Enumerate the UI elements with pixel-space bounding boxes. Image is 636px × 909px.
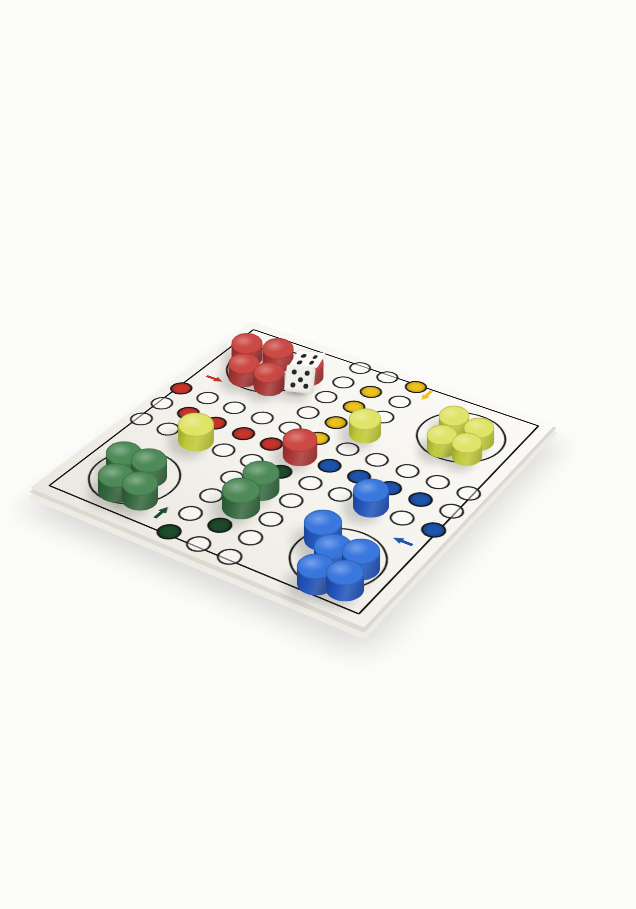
red-field-circle <box>255 435 288 454</box>
track-circle <box>254 509 289 530</box>
blue-field-circle <box>403 490 437 510</box>
green-field-circle <box>151 521 186 542</box>
red-field-circle <box>165 380 196 397</box>
track-circle <box>323 484 357 504</box>
photo-background <box>0 0 636 909</box>
green-field-circle <box>224 497 258 518</box>
green-field-circle <box>203 515 238 536</box>
ludo-board <box>30 321 556 627</box>
track-circle <box>385 508 419 529</box>
yellow-field-circle <box>302 430 334 448</box>
track-circle <box>211 546 247 568</box>
green-field-circle <box>264 462 297 481</box>
track-circle <box>349 424 381 442</box>
track-circle <box>354 496 388 516</box>
blue-field-circle <box>342 467 375 487</box>
blue-field-circle <box>373 478 406 498</box>
track-circle <box>181 534 217 556</box>
track-circle <box>233 527 268 549</box>
blue-field-circle <box>417 519 451 540</box>
green-field-circle <box>244 479 278 499</box>
track-circle <box>274 491 308 511</box>
